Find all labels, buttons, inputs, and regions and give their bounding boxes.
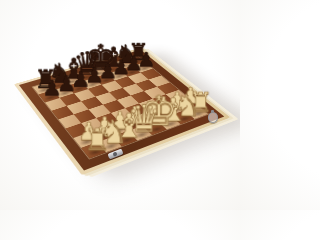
black-pawn: ♟ <box>42 78 62 100</box>
product-photo-scene: ♜♞♝♛♚♝♞♜♟♟♟♟♟♟♟♟♟♟♟♟♟♟♟♟♜♞♝♛♚♝♞♜ <box>0 0 240 210</box>
square-a1: ♜ <box>81 142 106 158</box>
board-grid: ♜♞♝♛♚♝♞♜♟♟♟♟♟♟♟♟♟♟♟♟♟♟♟♟♜♞♝♛♚♝♞♜ <box>33 56 208 158</box>
metal-ring-clasp-icon <box>208 112 218 123</box>
white-rook: ♜ <box>84 125 111 155</box>
square-a7: ♟ <box>39 90 60 102</box>
chess-board: ♜♞♝♛♚♝♞♜♟♟♟♟♟♟♟♟♟♟♟♟♟♟♟♟♜♞♝♛♚♝♞♜ <box>14 47 230 175</box>
